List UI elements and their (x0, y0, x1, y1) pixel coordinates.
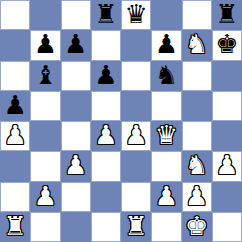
square-f6[interactable]: ♞ (151, 61, 181, 91)
square-a8[interactable] (0, 0, 30, 30)
chessboard-container: ♜♛♜♟♟♟♞♚♝♟♞♟♟♟♟♛♟♞♟♟♟♟♜♜♚ (0, 0, 242, 242)
square-f7[interactable]: ♟ (151, 30, 181, 60)
square-d6[interactable]: ♟ (91, 61, 121, 91)
piece-white-pawn: ♟ (185, 183, 208, 209)
square-c8[interactable] (61, 0, 91, 30)
square-c6[interactable] (61, 61, 91, 91)
square-d7[interactable] (91, 30, 121, 60)
square-a3[interactable] (0, 151, 30, 181)
square-c4[interactable] (61, 121, 91, 151)
piece-black-pawn: ♟ (64, 31, 87, 57)
square-b1[interactable] (30, 212, 60, 242)
square-h4[interactable] (212, 121, 242, 151)
square-e2[interactable] (121, 182, 151, 212)
piece-white-king: ♚ (185, 213, 208, 239)
square-c5[interactable] (61, 91, 91, 121)
piece-white-pawn: ♟ (155, 183, 178, 209)
square-g5[interactable] (182, 91, 212, 121)
square-h3[interactable]: ♟ (212, 151, 242, 181)
square-e3[interactable] (121, 151, 151, 181)
piece-white-pawn: ♟ (64, 152, 87, 178)
square-f4[interactable]: ♛ (151, 121, 181, 151)
piece-white-rook: ♜ (3, 213, 26, 239)
piece-white-knight: ♞ (185, 152, 208, 178)
square-g3[interactable]: ♞ (182, 151, 212, 181)
square-h6[interactable] (212, 61, 242, 91)
square-e5[interactable] (121, 91, 151, 121)
square-h1[interactable] (212, 212, 242, 242)
square-g4[interactable] (182, 121, 212, 151)
square-d8[interactable]: ♜ (91, 0, 121, 30)
piece-black-pawn: ♟ (155, 31, 178, 57)
square-a5[interactable]: ♟ (0, 91, 30, 121)
square-e6[interactable] (121, 61, 151, 91)
square-d4[interactable]: ♟ (91, 121, 121, 151)
square-f2[interactable]: ♟ (151, 182, 181, 212)
square-b2[interactable]: ♟ (30, 182, 60, 212)
square-h7[interactable]: ♚ (212, 30, 242, 60)
piece-white-knight: ♞ (185, 31, 208, 57)
piece-black-king: ♚ (215, 31, 238, 57)
square-f1[interactable] (151, 212, 181, 242)
square-h8[interactable]: ♜ (212, 0, 242, 30)
square-g2[interactable]: ♟ (182, 182, 212, 212)
piece-black-pawn: ♟ (94, 62, 117, 88)
square-a1[interactable]: ♜ (0, 212, 30, 242)
square-c3[interactable]: ♟ (61, 151, 91, 181)
piece-black-pawn: ♟ (34, 31, 57, 57)
square-f8[interactable] (151, 0, 181, 30)
square-e1[interactable]: ♜ (121, 212, 151, 242)
square-d5[interactable] (91, 91, 121, 121)
square-b7[interactable]: ♟ (30, 30, 60, 60)
square-a7[interactable] (0, 30, 30, 60)
square-h2[interactable] (212, 182, 242, 212)
square-e7[interactable] (121, 30, 151, 60)
square-f5[interactable] (151, 91, 181, 121)
square-g8[interactable] (182, 0, 212, 30)
square-d3[interactable] (91, 151, 121, 181)
square-d1[interactable] (91, 212, 121, 242)
square-b5[interactable] (30, 91, 60, 121)
square-c1[interactable] (61, 212, 91, 242)
square-e8[interactable]: ♛ (121, 0, 151, 30)
square-b6[interactable]: ♝ (30, 61, 60, 91)
piece-white-pawn: ♟ (3, 122, 26, 148)
piece-black-rook: ♜ (215, 1, 238, 27)
piece-white-queen: ♛ (155, 122, 178, 148)
piece-white-pawn: ♟ (215, 152, 238, 178)
piece-black-knight: ♞ (155, 62, 178, 88)
square-e4[interactable]: ♟ (121, 121, 151, 151)
square-a6[interactable] (0, 61, 30, 91)
square-a4[interactable]: ♟ (0, 121, 30, 151)
square-g1[interactable]: ♚ (182, 212, 212, 242)
square-c7[interactable]: ♟ (61, 30, 91, 60)
square-b4[interactable] (30, 121, 60, 151)
chessboard: ♜♛♜♟♟♟♞♚♝♟♞♟♟♟♟♛♟♞♟♟♟♟♜♜♚ (0, 0, 242, 242)
piece-black-pawn: ♟ (3, 92, 26, 118)
square-a2[interactable] (0, 182, 30, 212)
piece-white-pawn: ♟ (94, 122, 117, 148)
piece-black-rook: ♜ (94, 1, 117, 27)
square-b3[interactable] (30, 151, 60, 181)
square-g6[interactable] (182, 61, 212, 91)
square-f3[interactable] (151, 151, 181, 181)
piece-white-pawn: ♟ (34, 183, 57, 209)
piece-black-queen: ♛ (124, 1, 147, 27)
square-h5[interactable] (212, 91, 242, 121)
square-b8[interactable] (30, 0, 60, 30)
square-g7[interactable]: ♞ (182, 30, 212, 60)
piece-white-rook: ♜ (124, 213, 147, 239)
piece-black-bishop: ♝ (34, 62, 57, 88)
piece-white-pawn: ♟ (124, 122, 147, 148)
square-c2[interactable] (61, 182, 91, 212)
square-d2[interactable] (91, 182, 121, 212)
